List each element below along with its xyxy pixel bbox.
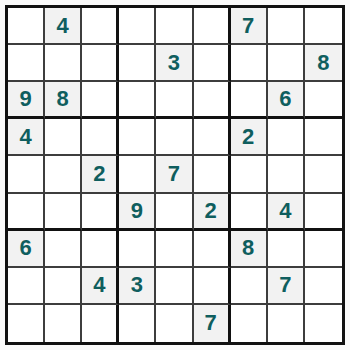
cell-r9c5[interactable] bbox=[156, 305, 193, 342]
cell-r3c2: 8 bbox=[45, 82, 82, 119]
cell-r7c2[interactable] bbox=[45, 231, 82, 268]
cell-r6c4: 9 bbox=[119, 194, 156, 231]
cell-r1c3[interactable] bbox=[82, 8, 119, 45]
cell-r4c6[interactable] bbox=[194, 119, 231, 156]
cell-r4c7: 2 bbox=[231, 119, 268, 156]
cell-r6c9[interactable] bbox=[305, 194, 342, 231]
cell-r1c6[interactable] bbox=[194, 8, 231, 45]
cell-r2c6[interactable] bbox=[194, 45, 231, 82]
cell-r5c4[interactable] bbox=[119, 156, 156, 193]
cell-r2c5: 3 bbox=[156, 45, 193, 82]
sudoku-board: 47389864227924684377 bbox=[5, 5, 345, 345]
cell-r1c1[interactable] bbox=[8, 8, 45, 45]
cell-r8c1[interactable] bbox=[8, 268, 45, 305]
cell-r7c9[interactable] bbox=[305, 231, 342, 268]
cell-r1c4[interactable] bbox=[119, 8, 156, 45]
sudoku-board-container: 47389864227924684377 bbox=[5, 5, 345, 345]
cell-r5c8[interactable] bbox=[268, 156, 305, 193]
cell-r9c9[interactable] bbox=[305, 305, 342, 342]
cell-r9c6: 7 bbox=[194, 305, 231, 342]
cell-r2c1[interactable] bbox=[8, 45, 45, 82]
cell-r8c2[interactable] bbox=[45, 268, 82, 305]
cell-r2c8[interactable] bbox=[268, 45, 305, 82]
cell-r7c5[interactable] bbox=[156, 231, 193, 268]
cell-r9c1[interactable] bbox=[8, 305, 45, 342]
cell-r5c9[interactable] bbox=[305, 156, 342, 193]
cell-r9c3[interactable] bbox=[82, 305, 119, 342]
cell-r6c3[interactable] bbox=[82, 194, 119, 231]
cell-r3c8: 6 bbox=[268, 82, 305, 119]
cell-r3c4[interactable] bbox=[119, 82, 156, 119]
cell-r1c5[interactable] bbox=[156, 8, 193, 45]
cell-r5c2[interactable] bbox=[45, 156, 82, 193]
cell-r8c9[interactable] bbox=[305, 268, 342, 305]
cell-r1c7: 7 bbox=[231, 8, 268, 45]
cell-r3c1: 9 bbox=[8, 82, 45, 119]
cell-r8c5[interactable] bbox=[156, 268, 193, 305]
cell-r7c6[interactable] bbox=[194, 231, 231, 268]
cell-r7c3[interactable] bbox=[82, 231, 119, 268]
cell-r3c9[interactable] bbox=[305, 82, 342, 119]
cell-r2c9: 8 bbox=[305, 45, 342, 82]
cell-r7c7: 8 bbox=[231, 231, 268, 268]
cell-r8c7[interactable] bbox=[231, 268, 268, 305]
cell-r4c4[interactable] bbox=[119, 119, 156, 156]
cell-r1c9[interactable] bbox=[305, 8, 342, 45]
cell-r6c1[interactable] bbox=[8, 194, 45, 231]
cell-r7c1: 6 bbox=[8, 231, 45, 268]
cell-r8c3: 4 bbox=[82, 268, 119, 305]
cell-r8c8: 7 bbox=[268, 268, 305, 305]
cell-r2c7[interactable] bbox=[231, 45, 268, 82]
cell-r2c3[interactable] bbox=[82, 45, 119, 82]
cell-r4c8[interactable] bbox=[268, 119, 305, 156]
cell-r3c5[interactable] bbox=[156, 82, 193, 119]
cell-r6c2[interactable] bbox=[45, 194, 82, 231]
cell-r9c7[interactable] bbox=[231, 305, 268, 342]
cell-r4c9[interactable] bbox=[305, 119, 342, 156]
cell-r6c7[interactable] bbox=[231, 194, 268, 231]
cell-r7c8[interactable] bbox=[268, 231, 305, 268]
cell-r7c4[interactable] bbox=[119, 231, 156, 268]
cell-r5c7[interactable] bbox=[231, 156, 268, 193]
cell-r9c8[interactable] bbox=[268, 305, 305, 342]
cell-r8c4: 3 bbox=[119, 268, 156, 305]
cell-r4c3[interactable] bbox=[82, 119, 119, 156]
cell-r5c3: 2 bbox=[82, 156, 119, 193]
cell-r4c2[interactable] bbox=[45, 119, 82, 156]
cell-r1c8[interactable] bbox=[268, 8, 305, 45]
cell-r3c3[interactable] bbox=[82, 82, 119, 119]
cell-r1c2: 4 bbox=[45, 8, 82, 45]
cell-r3c7[interactable] bbox=[231, 82, 268, 119]
cell-r8c6[interactable] bbox=[194, 268, 231, 305]
cell-r9c4[interactable] bbox=[119, 305, 156, 342]
cell-r2c2[interactable] bbox=[45, 45, 82, 82]
cell-r2c4[interactable] bbox=[119, 45, 156, 82]
cell-r9c2[interactable] bbox=[45, 305, 82, 342]
cell-r5c6[interactable] bbox=[194, 156, 231, 193]
cell-r4c1: 4 bbox=[8, 119, 45, 156]
cell-r6c6: 2 bbox=[194, 194, 231, 231]
cell-r6c8: 4 bbox=[268, 194, 305, 231]
cell-r6c5[interactable] bbox=[156, 194, 193, 231]
cell-r3c6[interactable] bbox=[194, 82, 231, 119]
cell-r4c5[interactable] bbox=[156, 119, 193, 156]
cell-r5c5: 7 bbox=[156, 156, 193, 193]
cell-r5c1[interactable] bbox=[8, 156, 45, 193]
